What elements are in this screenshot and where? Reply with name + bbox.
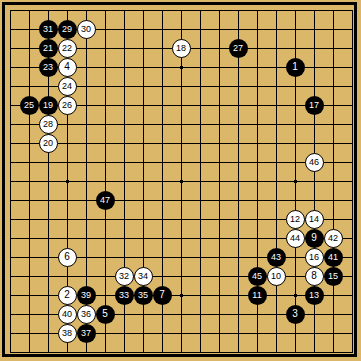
stone-white-26[interactable]: 26 (58, 96, 77, 115)
stone-black-43[interactable]: 43 (267, 248, 286, 267)
grid-line (10, 352, 353, 353)
grid-line (333, 10, 334, 353)
stone-black-9[interactable]: 9 (305, 229, 324, 248)
star-point (294, 180, 297, 183)
stone-white-46[interactable]: 46 (305, 153, 324, 172)
stone-white-36[interactable]: 36 (77, 305, 96, 324)
grid-line (219, 10, 220, 353)
go-board[interactable]: 1234567891011121314151617181920212223242… (0, 0, 361, 361)
stone-white-42[interactable]: 42 (324, 229, 343, 248)
stone-white-38[interactable]: 38 (58, 324, 77, 343)
stone-white-18[interactable]: 18 (172, 39, 191, 58)
stone-black-33[interactable]: 33 (115, 286, 134, 305)
stone-black-27[interactable]: 27 (229, 39, 248, 58)
stone-black-21[interactable]: 21 (39, 39, 58, 58)
stone-white-28[interactable]: 28 (39, 115, 58, 134)
stone-white-6[interactable]: 6 (58, 248, 77, 267)
star-point (180, 66, 183, 69)
grid-line (10, 276, 353, 277)
stone-black-17[interactable]: 17 (305, 96, 324, 115)
stone-black-1[interactable]: 1 (286, 58, 305, 77)
stone-white-34[interactable]: 34 (134, 267, 153, 286)
stone-white-30[interactable]: 30 (77, 20, 96, 39)
stone-white-40[interactable]: 40 (58, 305, 77, 324)
grid-line (276, 10, 277, 353)
stone-white-2[interactable]: 2 (58, 286, 77, 305)
stone-black-41[interactable]: 41 (324, 248, 343, 267)
stone-white-4[interactable]: 4 (58, 58, 77, 77)
stone-white-32[interactable]: 32 (115, 267, 134, 286)
stone-black-7[interactable]: 7 (153, 286, 172, 305)
star-point (66, 180, 69, 183)
grid-line (200, 10, 201, 353)
grid-line (238, 10, 239, 353)
star-point (180, 180, 183, 183)
stone-black-29[interactable]: 29 (58, 20, 77, 39)
stone-white-16[interactable]: 16 (305, 248, 324, 267)
grid-line (10, 200, 353, 201)
star-point (294, 294, 297, 297)
stone-white-24[interactable]: 24 (58, 77, 77, 96)
stone-black-39[interactable]: 39 (77, 286, 96, 305)
stone-white-10[interactable]: 10 (267, 267, 286, 286)
stone-black-13[interactable]: 13 (305, 286, 324, 305)
stone-white-12[interactable]: 12 (286, 210, 305, 229)
stone-black-35[interactable]: 35 (134, 286, 153, 305)
stone-black-45[interactable]: 45 (248, 267, 267, 286)
stone-white-22[interactable]: 22 (58, 39, 77, 58)
stone-white-44[interactable]: 44 (286, 229, 305, 248)
stone-white-14[interactable]: 14 (305, 210, 324, 229)
stone-black-47[interactable]: 47 (96, 191, 115, 210)
stone-white-20[interactable]: 20 (39, 134, 58, 153)
stone-black-15[interactable]: 15 (324, 267, 343, 286)
stone-black-3[interactable]: 3 (286, 305, 305, 324)
star-point (180, 294, 183, 297)
stone-black-23[interactable]: 23 (39, 58, 58, 77)
grid-line (352, 10, 353, 353)
stone-black-19[interactable]: 19 (39, 96, 58, 115)
stone-black-11[interactable]: 11 (248, 286, 267, 305)
stone-black-25[interactable]: 25 (20, 96, 39, 115)
stone-black-5[interactable]: 5 (96, 305, 115, 324)
stone-black-31[interactable]: 31 (39, 20, 58, 39)
stone-black-37[interactable]: 37 (77, 324, 96, 343)
stone-white-8[interactable]: 8 (305, 267, 324, 286)
